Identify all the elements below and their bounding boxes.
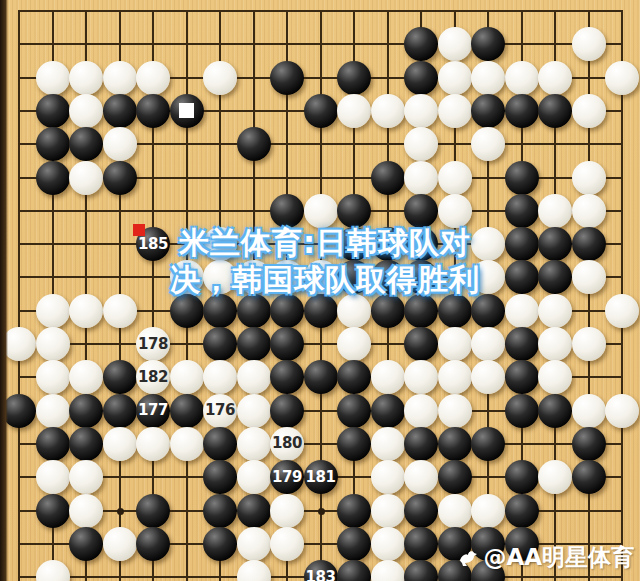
white-stone[interactable] — [337, 327, 371, 361]
white-stone[interactable] — [471, 494, 505, 528]
white-stone[interactable] — [605, 61, 639, 95]
white-stone[interactable] — [438, 27, 472, 61]
board-left-edge — [0, 0, 8, 581]
white-stone[interactable] — [69, 460, 103, 494]
move-number-label: 182 — [138, 370, 168, 385]
black-stone[interactable] — [538, 394, 572, 428]
move-number-label: 177 — [138, 403, 168, 418]
white-stone[interactable] — [404, 360, 438, 394]
black-stone[interactable] — [572, 460, 606, 494]
black-stone[interactable] — [404, 327, 438, 361]
black-stone[interactable] — [203, 527, 237, 561]
black-stone[interactable] — [572, 227, 606, 261]
white-stone[interactable] — [237, 427, 271, 461]
black-stone[interactable] — [505, 327, 539, 361]
white-stone[interactable] — [572, 394, 606, 428]
black-stone[interactable] — [170, 394, 204, 428]
white-stone[interactable] — [36, 327, 70, 361]
white-stone[interactable] — [538, 294, 572, 328]
white-stone[interactable] — [438, 394, 472, 428]
white-stone[interactable] — [69, 494, 103, 528]
white-stone[interactable] — [505, 61, 539, 95]
white-stone[interactable] — [36, 560, 70, 581]
white-stone[interactable] — [170, 427, 204, 461]
black-stone[interactable] — [103, 360, 137, 394]
go-board-screenshot: 185178182177176180179181183 米兰体育:日韩球队对 决… — [0, 0, 640, 581]
black-stone[interactable] — [136, 494, 170, 528]
black-stone[interactable] — [69, 394, 103, 428]
black-stone[interactable] — [337, 494, 371, 528]
black-stone[interactable] — [505, 161, 539, 195]
white-stone[interactable] — [572, 327, 606, 361]
black-stone[interactable] — [170, 294, 204, 328]
black-stone[interactable] — [404, 194, 438, 228]
white-stone[interactable] — [538, 194, 572, 228]
white-stone[interactable] — [572, 94, 606, 128]
white-stone[interactable] — [438, 94, 472, 128]
black-stone[interactable] — [103, 94, 137, 128]
black-stone[interactable] — [36, 161, 70, 195]
black-stone[interactable] — [438, 294, 472, 328]
black-stone[interactable] — [237, 294, 271, 328]
white-stone[interactable] — [404, 94, 438, 128]
black-stone[interactable] — [371, 294, 405, 328]
black-stone[interactable] — [237, 127, 271, 161]
black-stone[interactable] — [505, 94, 539, 128]
black-stone[interactable] — [203, 427, 237, 461]
white-stone[interactable] — [404, 460, 438, 494]
black-stone[interactable] — [69, 127, 103, 161]
square-marker — [179, 103, 194, 118]
black-stone[interactable] — [505, 460, 539, 494]
black-stone[interactable] — [505, 394, 539, 428]
move-number-label: 183 — [306, 570, 336, 581]
move-number-label: 178 — [138, 337, 168, 352]
white-stone[interactable]: 178 — [136, 327, 170, 361]
black-stone[interactable] — [404, 294, 438, 328]
black-stone[interactable] — [304, 94, 338, 128]
black-stone[interactable] — [270, 294, 304, 328]
black-stone[interactable]: 179 — [270, 460, 304, 494]
white-stone[interactable] — [404, 161, 438, 195]
black-stone[interactable] — [337, 360, 371, 394]
white-stone[interactable] — [404, 394, 438, 428]
black-stone[interactable] — [404, 427, 438, 461]
black-stone[interactable] — [203, 460, 237, 494]
black-stone[interactable] — [103, 161, 137, 195]
black-stone[interactable] — [471, 427, 505, 461]
white-stone[interactable] — [36, 394, 70, 428]
white-stone[interactable] — [471, 360, 505, 394]
black-stone[interactable] — [538, 260, 572, 294]
grid-line-horizontal — [18, 10, 623, 12]
black-stone[interactable] — [438, 460, 472, 494]
move-number-label: 181 — [306, 470, 336, 485]
black-stone[interactable] — [505, 194, 539, 228]
white-stone[interactable] — [69, 61, 103, 95]
white-stone[interactable] — [69, 294, 103, 328]
white-stone[interactable] — [371, 494, 405, 528]
black-stone[interactable] — [337, 560, 371, 581]
black-stone[interactable] — [404, 560, 438, 581]
white-stone[interactable] — [203, 360, 237, 394]
white-stone[interactable] — [337, 94, 371, 128]
black-stone[interactable] — [136, 527, 170, 561]
white-stone[interactable]: 182 — [136, 360, 170, 394]
black-stone[interactable] — [103, 394, 137, 428]
white-stone[interactable] — [237, 460, 271, 494]
white-stone[interactable] — [538, 61, 572, 95]
white-stone[interactable] — [103, 127, 137, 161]
caption-line-2: 决，韩国球队取得胜利 — [150, 261, 500, 298]
star-point — [318, 508, 325, 515]
white-stone[interactable] — [36, 61, 70, 95]
black-stone[interactable] — [36, 494, 70, 528]
white-stone[interactable] — [270, 494, 304, 528]
black-stone[interactable] — [404, 527, 438, 561]
white-stone[interactable] — [538, 360, 572, 394]
white-stone[interactable] — [36, 294, 70, 328]
black-stone[interactable] — [471, 294, 505, 328]
white-stone[interactable] — [237, 394, 271, 428]
black-stone[interactable] — [337, 427, 371, 461]
white-stone[interactable] — [136, 427, 170, 461]
black-stone[interactable]: 183 — [304, 560, 338, 581]
white-stone[interactable] — [605, 294, 639, 328]
white-stone[interactable] — [505, 294, 539, 328]
black-stone[interactable] — [36, 427, 70, 461]
black-stone[interactable] — [270, 394, 304, 428]
white-stone[interactable] — [572, 260, 606, 294]
black-stone[interactable] — [538, 227, 572, 261]
white-stone[interactable] — [471, 327, 505, 361]
white-stone[interactable] — [438, 194, 472, 228]
watermark: @AA明星体育 — [457, 542, 634, 573]
white-stone[interactable] — [237, 527, 271, 561]
grid-line-horizontal — [18, 43, 623, 45]
white-stone[interactable] — [69, 161, 103, 195]
black-stone[interactable] — [237, 327, 271, 361]
white-stone[interactable] — [572, 161, 606, 195]
white-stone[interactable] — [471, 61, 505, 95]
black-stone[interactable] — [136, 94, 170, 128]
caption-overlay: 米兰体育:日韩球队对 决，韩国球队取得胜利 — [150, 224, 500, 298]
white-stone[interactable] — [371, 527, 405, 561]
white-stone[interactable] — [572, 194, 606, 228]
black-stone[interactable] — [203, 327, 237, 361]
black-stone[interactable] — [304, 360, 338, 394]
black-stone[interactable] — [471, 27, 505, 61]
black-stone[interactable] — [538, 94, 572, 128]
white-stone[interactable] — [404, 127, 438, 161]
black-stone[interactable] — [572, 427, 606, 461]
black-stone[interactable] — [404, 61, 438, 95]
black-stone[interactable] — [371, 394, 405, 428]
white-stone[interactable] — [371, 460, 405, 494]
last-move-red-marker — [133, 224, 145, 236]
white-stone[interactable] — [471, 127, 505, 161]
white-stone[interactable]: 176 — [203, 394, 237, 428]
black-stone[interactable] — [438, 427, 472, 461]
white-stone[interactable] — [572, 27, 606, 61]
caption-line-1: 米兰体育:日韩球队对 — [150, 224, 500, 261]
black-stone[interactable] — [36, 94, 70, 128]
white-stone[interactable] — [237, 360, 271, 394]
black-stone[interactable] — [404, 494, 438, 528]
black-stone[interactable] — [69, 527, 103, 561]
white-stone[interactable] — [170, 360, 204, 394]
move-number-label: 176 — [205, 403, 235, 418]
white-stone[interactable] — [36, 460, 70, 494]
white-stone[interactable]: 180 — [270, 427, 304, 461]
black-stone[interactable] — [337, 527, 371, 561]
white-stone[interactable] — [103, 294, 137, 328]
move-number-label: 180 — [272, 436, 302, 451]
black-stone[interactable] — [337, 61, 371, 95]
black-stone[interactable] — [471, 94, 505, 128]
black-stone[interactable] — [404, 27, 438, 61]
white-stone[interactable] — [69, 360, 103, 394]
black-stone[interactable] — [371, 161, 405, 195]
white-stone[interactable] — [538, 460, 572, 494]
black-stone[interactable] — [237, 494, 271, 528]
black-stone[interactable] — [69, 427, 103, 461]
white-stone[interactable] — [103, 61, 137, 95]
black-stone[interactable] — [337, 394, 371, 428]
black-stone[interactable] — [337, 194, 371, 228]
black-stone[interactable] — [505, 227, 539, 261]
black-stone[interactable] — [203, 494, 237, 528]
white-stone[interactable] — [438, 161, 472, 195]
grid-line-vertical — [18, 10, 20, 581]
black-stone[interactable] — [270, 327, 304, 361]
white-stone[interactable] — [103, 527, 137, 561]
black-stone[interactable] — [36, 127, 70, 161]
white-stone[interactable] — [304, 194, 338, 228]
black-stone[interactable] — [270, 360, 304, 394]
black-stone[interactable] — [304, 294, 338, 328]
white-stone[interactable] — [438, 61, 472, 95]
black-stone[interactable] — [505, 360, 539, 394]
star-point — [117, 508, 124, 515]
white-stone[interactable] — [203, 61, 237, 95]
white-stone[interactable] — [538, 327, 572, 361]
white-stone[interactable] — [69, 94, 103, 128]
black-stone[interactable] — [203, 294, 237, 328]
black-stone[interactable] — [505, 260, 539, 294]
white-stone[interactable] — [605, 394, 639, 428]
black-stone[interactable] — [270, 194, 304, 228]
white-stone[interactable] — [237, 560, 271, 581]
black-stone[interactable]: 181 — [304, 460, 338, 494]
white-stone[interactable] — [36, 360, 70, 394]
black-stone[interactable] — [270, 61, 304, 95]
white-stone[interactable] — [371, 360, 405, 394]
white-stone[interactable] — [103, 427, 137, 461]
black-stone[interactable]: 177 — [136, 394, 170, 428]
white-stone[interactable] — [136, 61, 170, 95]
white-stone[interactable] — [270, 527, 304, 561]
black-stone[interactable] — [170, 94, 204, 128]
white-stone[interactable] — [371, 560, 405, 581]
white-stone[interactable] — [371, 427, 405, 461]
black-stone[interactable] — [505, 494, 539, 528]
dove-icon — [457, 547, 479, 569]
white-stone[interactable] — [371, 94, 405, 128]
white-stone[interactable] — [337, 294, 371, 328]
watermark-text: @AA明星体育 — [483, 542, 634, 573]
white-stone[interactable] — [438, 494, 472, 528]
white-stone[interactable] — [438, 327, 472, 361]
move-number-label: 179 — [272, 470, 302, 485]
white-stone[interactable] — [438, 360, 472, 394]
